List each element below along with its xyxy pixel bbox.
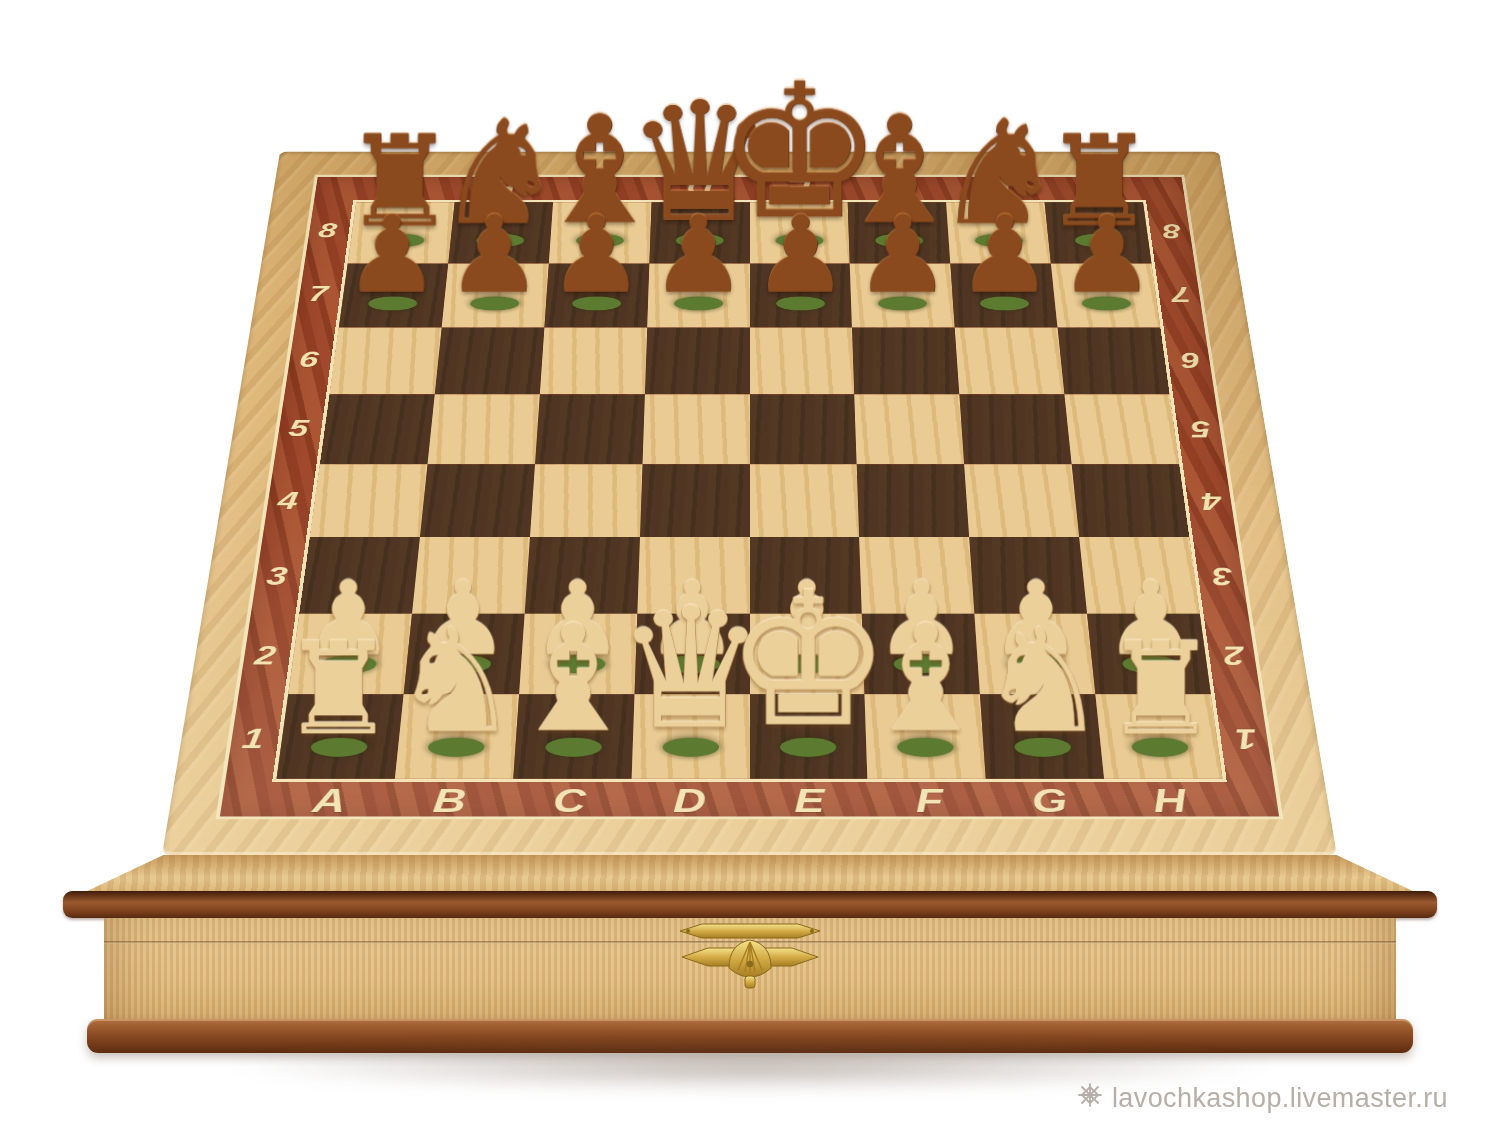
piece-white-knight[interactable]: ♞ [978, 609, 1107, 753]
square-f5[interactable] [855, 394, 965, 464]
file-label-top-f: F [848, 175, 948, 201]
square-e7[interactable]: ♟ [750, 264, 853, 328]
piece-brown-pawn[interactable]: ♟ [957, 202, 1052, 308]
square-c6[interactable] [540, 327, 647, 394]
board-field: ♜♞♝♛♚♝♞♜♟♟♟♟♟♟♟♟♟♟♟♟♟♟♟♟♜♞♝♛♚♝♞♜ [272, 200, 1227, 781]
square-h7[interactable]: ♟ [1051, 264, 1160, 328]
piece-brown-pawn[interactable]: ♟ [753, 202, 848, 308]
piece-brown-pawn[interactable]: ♟ [549, 202, 644, 308]
piece-brown-pawn[interactable]: ♟ [651, 202, 746, 308]
square-a6[interactable] [330, 327, 442, 394]
square-a5[interactable] [320, 394, 435, 464]
watermark: lavochkashop.livemaster.ru [1077, 1082, 1448, 1115]
square-a7[interactable]: ♟ [339, 264, 448, 328]
piece-white-knight[interactable]: ♞ [392, 609, 521, 753]
square-g5[interactable] [960, 394, 1072, 464]
file-label-top-a: A [353, 175, 455, 201]
square-f4[interactable] [857, 464, 969, 537]
square-g7[interactable]: ♟ [951, 264, 1058, 328]
piece-brown-pawn[interactable]: ♟ [1059, 202, 1154, 308]
file-labels-top: ABCDEFGH [353, 175, 1146, 201]
file-label-top-b: B [452, 175, 553, 201]
piece-white-bishop[interactable]: ♝ [859, 605, 991, 753]
square-h4[interactable] [1072, 464, 1189, 537]
square-b4[interactable] [420, 464, 535, 537]
square-e5[interactable] [750, 394, 857, 464]
watermark-text: lavochkashop.livemaster.ru [1112, 1083, 1448, 1114]
square-b7[interactable]: ♟ [442, 264, 549, 328]
file-label-top-c: C [551, 175, 651, 201]
piece-brown-pawn[interactable]: ♟ [345, 202, 440, 308]
chess-board: ABCDEFGH ABCDEFGH 87654321 87654321 ♜♞♝♛… [162, 152, 1337, 855]
square-c4[interactable] [530, 464, 642, 537]
square-f7[interactable]: ♟ [850, 264, 955, 328]
square-c5[interactable] [535, 394, 645, 464]
square-g4[interactable] [964, 464, 1079, 537]
file-label-top-e: E [750, 175, 849, 201]
box-front [104, 918, 1396, 1020]
square-e6[interactable] [750, 327, 855, 394]
box-bevel [85, 855, 1415, 892]
square-g6[interactable] [955, 327, 1065, 394]
square-d7[interactable]: ♟ [647, 264, 750, 328]
page-root: ABCDEFGH ABCDEFGH 87654321 87654321 ♜♞♝♛… [0, 0, 1500, 1125]
square-b6[interactable] [435, 327, 545, 394]
square-d6[interactable] [645, 327, 750, 394]
brass-latch-icon [672, 920, 828, 998]
square-c7[interactable]: ♟ [544, 264, 649, 328]
square-e4[interactable] [750, 464, 860, 537]
square-a4[interactable] [310, 464, 427, 537]
square-b5[interactable] [427, 394, 539, 464]
piece-white-rook[interactable]: ♜ [1103, 625, 1218, 753]
box-top-molding [63, 891, 1437, 918]
snowflake-icon [1077, 1082, 1103, 1115]
file-label-top-g: G [946, 175, 1047, 201]
piece-brown-pawn[interactable]: ♟ [855, 202, 950, 308]
square-h5[interactable] [1065, 394, 1180, 464]
square-d4[interactable] [640, 464, 750, 537]
square-f6[interactable] [852, 327, 959, 394]
piece-brown-pawn[interactable]: ♟ [447, 202, 542, 308]
square-h6[interactable] [1058, 327, 1170, 394]
file-label-top-h: H [1044, 175, 1146, 201]
file-label-top-d: D [650, 175, 749, 201]
square-d5[interactable] [642, 394, 749, 464]
piece-white-rook[interactable]: ♜ [281, 625, 396, 753]
